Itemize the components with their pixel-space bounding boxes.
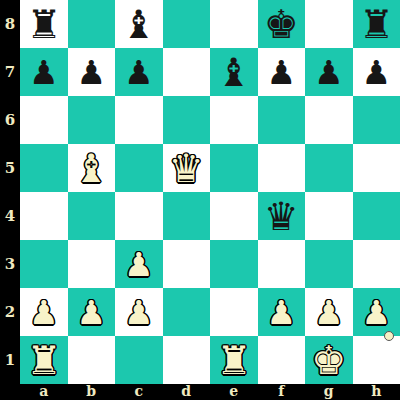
square-f2[interactable]: ♟ [258, 288, 306, 336]
file-labels: abcdefgh [20, 384, 400, 400]
piece-white-king-g1[interactable]: ♚ [311, 341, 346, 380]
file-label-f: f [258, 384, 306, 400]
rank-label-1: 1 [0, 336, 20, 384]
rank-label-2: 2 [0, 288, 20, 336]
square-b4[interactable] [68, 192, 116, 240]
square-e5[interactable] [210, 144, 258, 192]
square-c5[interactable] [115, 144, 163, 192]
square-c8[interactable]: ♝ [115, 0, 163, 48]
rank-label-7: 7 [0, 48, 20, 96]
square-h4[interactable] [353, 192, 400, 240]
square-e1[interactable]: ♜ [210, 336, 258, 384]
file-label-g: g [305, 384, 353, 400]
square-h2[interactable]: ♟ [353, 288, 400, 336]
square-c7[interactable]: ♟ [115, 48, 163, 96]
piece-black-bishop-c8[interactable]: ♝ [121, 5, 156, 44]
square-e2[interactable] [210, 288, 258, 336]
square-g5[interactable] [305, 144, 353, 192]
square-h6[interactable] [353, 96, 400, 144]
square-d7[interactable] [163, 48, 211, 96]
square-f7[interactable]: ♟ [258, 48, 306, 96]
chess-board[interactable]: ♜♝♚♜♟♟♟♝♟♟♟♝♛♛♟♟♟♟♟♟♟♜♜♚ [20, 0, 400, 384]
square-d1[interactable] [163, 336, 211, 384]
square-c2[interactable]: ♟ [115, 288, 163, 336]
rank-label-8: 8 [0, 0, 20, 48]
square-h1[interactable] [353, 336, 400, 384]
piece-white-bishop-b5[interactable]: ♝ [74, 149, 109, 188]
piece-white-pawn-c3[interactable]: ♟ [124, 248, 154, 281]
piece-white-pawn-c2[interactable]: ♟ [124, 296, 154, 329]
square-e3[interactable] [210, 240, 258, 288]
square-e4[interactable] [210, 192, 258, 240]
piece-black-bishop-e7[interactable]: ♝ [216, 53, 251, 92]
square-d6[interactable] [163, 96, 211, 144]
square-b3[interactable] [68, 240, 116, 288]
rank-label-4: 4 [0, 192, 20, 240]
file-label-c: c [115, 384, 163, 400]
rank-label-5: 5 [0, 144, 20, 192]
square-e7[interactable]: ♝ [210, 48, 258, 96]
square-a1[interactable]: ♜ [20, 336, 68, 384]
piece-black-pawn-b7[interactable]: ♟ [76, 56, 106, 89]
square-a7[interactable]: ♟ [20, 48, 68, 96]
square-a3[interactable] [20, 240, 68, 288]
square-d5[interactable]: ♛ [163, 144, 211, 192]
rank-label-6: 6 [0, 96, 20, 144]
square-g4[interactable] [305, 192, 353, 240]
rank-label-3: 3 [0, 240, 20, 288]
piece-black-rook-h8[interactable]: ♜ [359, 5, 394, 44]
square-d8[interactable] [163, 0, 211, 48]
file-label-b: b [68, 384, 116, 400]
piece-white-pawn-f2[interactable]: ♟ [266, 296, 296, 329]
piece-white-queen-d5[interactable]: ♛ [169, 149, 204, 188]
square-g3[interactable] [305, 240, 353, 288]
piece-white-pawn-b2[interactable]: ♟ [76, 296, 106, 329]
square-f4[interactable]: ♛ [258, 192, 306, 240]
square-g6[interactable] [305, 96, 353, 144]
square-c6[interactable] [115, 96, 163, 144]
square-a5[interactable] [20, 144, 68, 192]
square-d2[interactable] [163, 288, 211, 336]
square-a4[interactable] [20, 192, 68, 240]
square-d4[interactable] [163, 192, 211, 240]
square-c1[interactable] [115, 336, 163, 384]
square-g7[interactable]: ♟ [305, 48, 353, 96]
piece-black-pawn-c7[interactable]: ♟ [124, 56, 154, 89]
piece-white-pawn-h2[interactable]: ♟ [361, 296, 391, 329]
square-f6[interactable] [258, 96, 306, 144]
file-label-d: d [163, 384, 211, 400]
piece-black-pawn-h7[interactable]: ♟ [361, 56, 391, 89]
piece-white-pawn-g2[interactable]: ♟ [314, 296, 344, 329]
square-g2[interactable]: ♟ [305, 288, 353, 336]
square-e8[interactable] [210, 0, 258, 48]
square-b8[interactable] [68, 0, 116, 48]
square-b6[interactable] [68, 96, 116, 144]
square-b7[interactable]: ♟ [68, 48, 116, 96]
rank-labels: 87654321 [0, 0, 20, 384]
square-g8[interactable] [305, 0, 353, 48]
square-g1[interactable]: ♚ [305, 336, 353, 384]
piece-black-queen-f4[interactable]: ♛ [264, 197, 299, 236]
piece-black-rook-a8[interactable]: ♜ [26, 5, 61, 44]
square-a6[interactable] [20, 96, 68, 144]
square-a2[interactable]: ♟ [20, 288, 68, 336]
piece-black-pawn-f7[interactable]: ♟ [266, 56, 296, 89]
piece-black-king-f8[interactable]: ♚ [264, 5, 299, 44]
square-b5[interactable]: ♝ [68, 144, 116, 192]
square-h8[interactable]: ♜ [353, 0, 400, 48]
piece-white-pawn-a2[interactable]: ♟ [29, 296, 59, 329]
square-c4[interactable] [115, 192, 163, 240]
side-to-move-indicator [384, 331, 394, 341]
piece-black-pawn-a7[interactable]: ♟ [29, 56, 59, 89]
square-f3[interactable] [258, 240, 306, 288]
square-f1[interactable] [258, 336, 306, 384]
square-h7[interactable]: ♟ [353, 48, 400, 96]
square-h5[interactable] [353, 144, 400, 192]
file-label-a: a [20, 384, 68, 400]
piece-black-pawn-g7[interactable]: ♟ [314, 56, 344, 89]
square-e6[interactable] [210, 96, 258, 144]
file-label-e: e [210, 384, 258, 400]
square-c3[interactable]: ♟ [115, 240, 163, 288]
square-b1[interactable] [68, 336, 116, 384]
square-d3[interactable] [163, 240, 211, 288]
square-h3[interactable] [353, 240, 400, 288]
square-a8[interactable]: ♜ [20, 0, 68, 48]
square-f8[interactable]: ♚ [258, 0, 306, 48]
piece-white-rook-e1[interactable]: ♜ [216, 341, 251, 380]
square-f5[interactable] [258, 144, 306, 192]
piece-white-rook-a1[interactable]: ♜ [26, 341, 61, 380]
square-b2[interactable]: ♟ [68, 288, 116, 336]
chess-diagram: 87654321 ♜♝♚♜♟♟♟♝♟♟♟♝♛♛♟♟♟♟♟♟♟♜♜♚ abcdef… [0, 0, 400, 400]
file-label-h: h [353, 384, 400, 400]
